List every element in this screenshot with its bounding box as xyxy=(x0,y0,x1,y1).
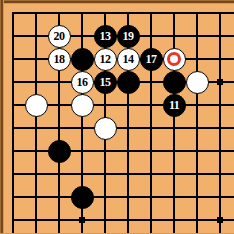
stone-white xyxy=(25,94,48,117)
move-number: 15 xyxy=(100,76,111,88)
stone-black xyxy=(71,186,94,209)
stone-white-14: 14 xyxy=(117,48,140,71)
move-number: 16 xyxy=(77,76,88,88)
move-number: 18 xyxy=(54,53,65,65)
stone-black xyxy=(117,71,140,94)
stone-white-18: 18 xyxy=(48,48,71,71)
stone-white-12: 12 xyxy=(94,48,117,71)
stone-black xyxy=(48,140,71,163)
move-number: 11 xyxy=(169,99,179,111)
frame-edge-left xyxy=(0,0,4,234)
stones-layer: 20131918121417161511 xyxy=(2,2,232,232)
stone-white-20: 20 xyxy=(48,25,71,48)
move-number: 14 xyxy=(123,53,134,65)
frame-edge-bottom xyxy=(0,233,234,234)
red-circle-marker xyxy=(167,52,181,66)
stone-black-11: 11 xyxy=(163,94,186,117)
stone-white xyxy=(186,71,209,94)
move-number: 20 xyxy=(54,30,65,42)
stone-black xyxy=(163,71,186,94)
go-board-diagram: 20131918121417161511 xyxy=(0,0,234,234)
move-number: 13 xyxy=(100,30,111,42)
stone-black-15: 15 xyxy=(94,71,117,94)
stone-black-19: 19 xyxy=(117,25,140,48)
stone-black xyxy=(71,48,94,71)
stone-white-marked xyxy=(163,48,186,71)
move-number: 12 xyxy=(100,53,111,65)
stone-white xyxy=(71,94,94,117)
frame-edge-top xyxy=(0,0,234,4)
stone-black-17: 17 xyxy=(140,48,163,71)
move-number: 17 xyxy=(146,53,157,65)
stone-white xyxy=(94,117,117,140)
move-number: 19 xyxy=(123,30,134,42)
stone-white-16: 16 xyxy=(71,71,94,94)
stone-black-13: 13 xyxy=(94,25,117,48)
